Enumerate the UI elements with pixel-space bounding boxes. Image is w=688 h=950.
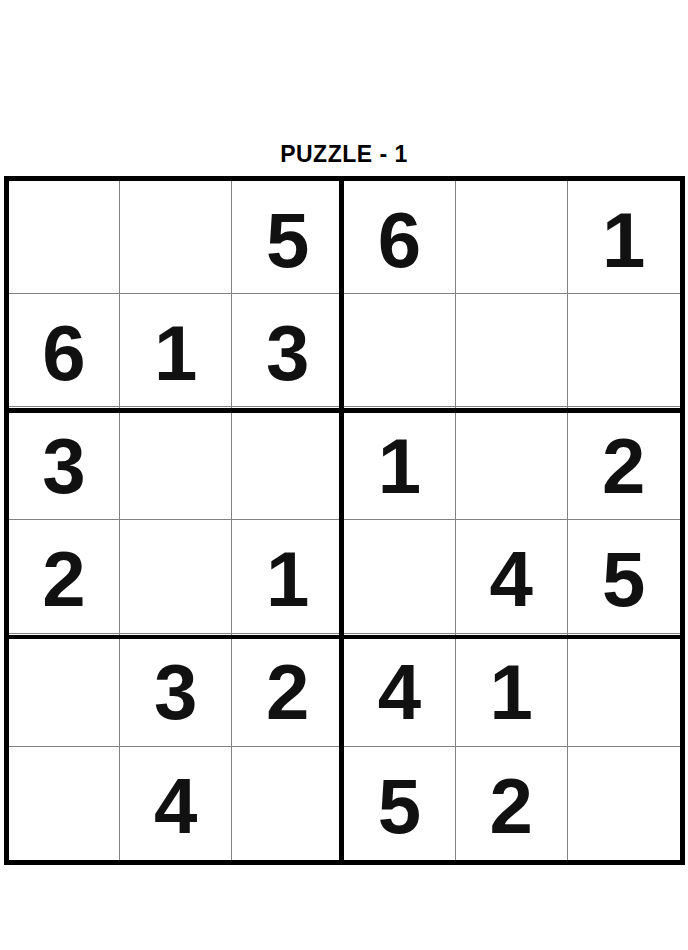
cell-r5c1-empty[interactable] [9, 634, 121, 747]
cell-r6c1-empty[interactable] [9, 747, 121, 860]
cell-r3c1-given: 3 [9, 407, 121, 520]
cell-r4c6-given: 5 [568, 520, 680, 633]
cell-r1c6-given: 1 [568, 181, 680, 294]
cell-r1c5-empty[interactable] [456, 181, 568, 294]
cell-r6c2-given: 4 [120, 747, 232, 860]
cell-r2c5-empty[interactable] [456, 294, 568, 407]
cell-r2c3-given: 3 [232, 294, 344, 407]
cell-r5c5-given: 1 [456, 634, 568, 747]
cell-r5c6-empty[interactable] [568, 634, 680, 747]
cell-r6c6-empty[interactable] [568, 747, 680, 860]
box-divider-horizontal-2 [9, 635, 680, 640]
cell-r6c4-given: 5 [344, 747, 456, 860]
cell-r1c3-given: 5 [232, 181, 344, 294]
cell-r4c3-given: 1 [232, 520, 344, 633]
cell-r4c2-empty[interactable] [120, 520, 232, 633]
cell-r4c1-given: 2 [9, 520, 121, 633]
box-divider-horizontal-1 [9, 408, 680, 413]
cell-r3c4-given: 1 [344, 407, 456, 520]
puzzle-page: PUZZLE - 1 56161331221453241452 [0, 0, 688, 950]
cell-r2c4-empty[interactable] [344, 294, 456, 407]
cell-r3c3-empty[interactable] [232, 407, 344, 520]
cell-r5c2-given: 3 [120, 634, 232, 747]
cell-r4c4-empty[interactable] [344, 520, 456, 633]
cell-r3c2-empty[interactable] [120, 407, 232, 520]
cell-r2c1-given: 6 [9, 294, 121, 407]
puzzle-title: PUZZLE - 1 [0, 0, 688, 168]
cell-r5c4-given: 4 [344, 634, 456, 747]
cell-r1c4-given: 6 [344, 181, 456, 294]
cell-r1c1-empty[interactable] [9, 181, 121, 294]
box-divider-vertical [339, 181, 344, 860]
cell-r3c6-given: 2 [568, 407, 680, 520]
cell-r5c3-given: 2 [232, 634, 344, 747]
cell-r3c5-empty[interactable] [456, 407, 568, 520]
cell-r6c5-given: 2 [456, 747, 568, 860]
cell-r6c3-empty[interactable] [232, 747, 344, 860]
cell-r4c5-given: 4 [456, 520, 568, 633]
sudoku-cells: 56161331221453241452 [9, 181, 680, 860]
cell-r1c2-empty[interactable] [120, 181, 232, 294]
sudoku-board: 56161331221453241452 [4, 176, 685, 865]
cell-r2c2-given: 1 [120, 294, 232, 407]
cell-r2c6-empty[interactable] [568, 294, 680, 407]
